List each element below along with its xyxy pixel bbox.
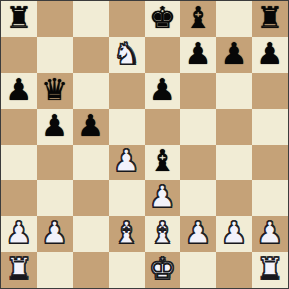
- square-a7[interactable]: [1, 37, 37, 73]
- square-f3[interactable]: [180, 180, 216, 216]
- square-e4[interactable]: ♝: [145, 145, 181, 181]
- square-e5[interactable]: [145, 109, 181, 145]
- square-a5[interactable]: [1, 109, 37, 145]
- square-b6[interactable]: ♛: [37, 73, 73, 109]
- square-h6[interactable]: [252, 73, 288, 109]
- square-g2[interactable]: ♟: [216, 216, 252, 252]
- square-h8[interactable]: ♜: [252, 1, 288, 37]
- white-pawn[interactable]: ♟: [41, 218, 68, 248]
- square-c3[interactable]: [73, 180, 109, 216]
- white-bishop[interactable]: ♝: [149, 218, 176, 248]
- white-knight[interactable]: ♞: [113, 39, 140, 69]
- black-pawn[interactable]: ♟: [257, 39, 284, 69]
- square-d2[interactable]: ♝: [109, 216, 145, 252]
- square-f2[interactable]: ♟: [180, 216, 216, 252]
- square-c1[interactable]: [73, 252, 109, 288]
- square-h5[interactable]: [252, 109, 288, 145]
- square-a2[interactable]: ♟: [1, 216, 37, 252]
- black-pawn[interactable]: ♟: [77, 111, 104, 141]
- square-f6[interactable]: [180, 73, 216, 109]
- white-pawn[interactable]: ♟: [113, 146, 140, 176]
- square-e3[interactable]: ♟: [145, 180, 181, 216]
- square-a6[interactable]: ♟: [1, 73, 37, 109]
- square-g4[interactable]: [216, 145, 252, 181]
- square-c6[interactable]: [73, 73, 109, 109]
- square-g3[interactable]: [216, 180, 252, 216]
- black-pawn[interactable]: ♟: [221, 39, 248, 69]
- square-b3[interactable]: [37, 180, 73, 216]
- white-pawn[interactable]: ♟: [5, 218, 32, 248]
- square-h4[interactable]: [252, 145, 288, 181]
- white-pawn[interactable]: ♟: [257, 218, 284, 248]
- white-pawn[interactable]: ♟: [149, 182, 176, 212]
- square-a8[interactable]: ♜: [1, 1, 37, 37]
- square-b8[interactable]: [37, 1, 73, 37]
- chess-board: ♜♚♝♜♞♟♟♟♟♛♟♟♟♟♝♟♟♟♝♝♟♟♟♜♚♜: [0, 0, 289, 289]
- square-e8[interactable]: ♚: [145, 1, 181, 37]
- square-d5[interactable]: [109, 109, 145, 145]
- square-d6[interactable]: [109, 73, 145, 109]
- square-a3[interactable]: [1, 180, 37, 216]
- black-pawn[interactable]: ♟: [149, 75, 176, 105]
- square-d1[interactable]: [109, 252, 145, 288]
- black-rook[interactable]: ♜: [257, 3, 284, 33]
- square-c5[interactable]: ♟: [73, 109, 109, 145]
- black-pawn[interactable]: ♟: [41, 111, 68, 141]
- square-a1[interactable]: ♜: [1, 252, 37, 288]
- square-e6[interactable]: ♟: [145, 73, 181, 109]
- white-bishop[interactable]: ♝: [113, 218, 140, 248]
- white-rook[interactable]: ♜: [5, 254, 32, 284]
- square-b7[interactable]: [37, 37, 73, 73]
- black-king[interactable]: ♚: [149, 3, 176, 33]
- square-e2[interactable]: ♝: [145, 216, 181, 252]
- square-b1[interactable]: [37, 252, 73, 288]
- square-d7[interactable]: ♞: [109, 37, 145, 73]
- square-g6[interactable]: [216, 73, 252, 109]
- square-b5[interactable]: ♟: [37, 109, 73, 145]
- square-d4[interactable]: ♟: [109, 145, 145, 181]
- square-f8[interactable]: ♝: [180, 1, 216, 37]
- square-c8[interactable]: [73, 1, 109, 37]
- square-g5[interactable]: [216, 109, 252, 145]
- square-f5[interactable]: [180, 109, 216, 145]
- square-e7[interactable]: [145, 37, 181, 73]
- square-d8[interactable]: [109, 1, 145, 37]
- white-pawn[interactable]: ♟: [185, 218, 212, 248]
- black-pawn[interactable]: ♟: [185, 39, 212, 69]
- square-a4[interactable]: [1, 145, 37, 181]
- square-c4[interactable]: [73, 145, 109, 181]
- white-rook[interactable]: ♜: [257, 254, 284, 284]
- square-e1[interactable]: ♚: [145, 252, 181, 288]
- square-b4[interactable]: [37, 145, 73, 181]
- black-pawn[interactable]: ♟: [5, 75, 32, 105]
- square-f7[interactable]: ♟: [180, 37, 216, 73]
- white-pawn[interactable]: ♟: [221, 218, 248, 248]
- black-rook[interactable]: ♜: [5, 3, 32, 33]
- square-c7[interactable]: [73, 37, 109, 73]
- square-h2[interactable]: ♟: [252, 216, 288, 252]
- square-g8[interactable]: [216, 1, 252, 37]
- square-c2[interactable]: [73, 216, 109, 252]
- square-h7[interactable]: ♟: [252, 37, 288, 73]
- square-h3[interactable]: [252, 180, 288, 216]
- square-g1[interactable]: [216, 252, 252, 288]
- square-g7[interactable]: ♟: [216, 37, 252, 73]
- square-h1[interactable]: ♜: [252, 252, 288, 288]
- white-king[interactable]: ♚: [149, 254, 176, 284]
- square-f1[interactable]: [180, 252, 216, 288]
- black-queen[interactable]: ♛: [41, 75, 68, 105]
- square-d3[interactable]: [109, 180, 145, 216]
- black-bishop[interactable]: ♝: [149, 146, 176, 176]
- black-bishop[interactable]: ♝: [185, 3, 212, 33]
- square-f4[interactable]: [180, 145, 216, 181]
- square-b2[interactable]: ♟: [37, 216, 73, 252]
